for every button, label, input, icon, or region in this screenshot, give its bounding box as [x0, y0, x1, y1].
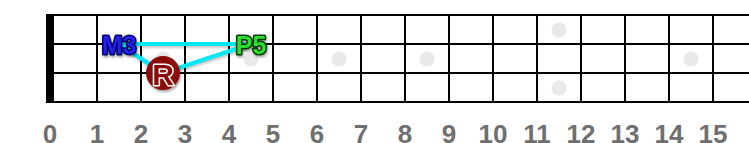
- fret-number: 11: [523, 121, 551, 143]
- fret-number: 0: [43, 121, 57, 143]
- fret-number: 13: [611, 121, 640, 143]
- fret-number: 15: [699, 121, 728, 143]
- fret-number: 14: [655, 121, 684, 143]
- fret-number: 12: [567, 121, 596, 143]
- fret-number: 1: [90, 121, 104, 143]
- fret-number: 6: [310, 121, 324, 143]
- fret-number: 10: [479, 121, 508, 143]
- fret-number: 3: [178, 121, 192, 143]
- fretboard-diagram: R M3 P5 0123456789101112131415: [0, 0, 749, 143]
- fret-number: 9: [442, 121, 456, 143]
- fret-number: 2: [134, 121, 148, 143]
- fret-number: 5: [266, 121, 280, 143]
- fret-number: 4: [222, 121, 236, 143]
- fret-numbers: 0123456789101112131415: [0, 0, 749, 143]
- fret-number: 8: [398, 121, 412, 143]
- fret-number: 7: [354, 121, 368, 143]
